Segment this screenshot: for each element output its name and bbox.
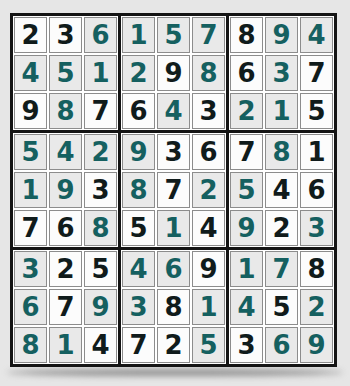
cell-r8c1[interactable]: 6 xyxy=(14,289,47,325)
cell-r5c8[interactable]: 4 xyxy=(265,172,298,208)
cell-r6c2[interactable]: 6 xyxy=(49,210,82,246)
cell-r2c9[interactable]: 7 xyxy=(300,55,333,91)
cell-r4c4[interactable]: 9 xyxy=(122,134,155,170)
cell-r2c7[interactable]: 6 xyxy=(230,55,263,91)
cell-r4c6[interactable]: 6 xyxy=(192,134,225,170)
cell-r8c5[interactable]: 8 xyxy=(157,289,190,325)
cell-r9c9[interactable]: 9 xyxy=(300,327,333,363)
cell-r1c6[interactable]: 7 xyxy=(192,17,225,53)
cell-r4c9[interactable]: 1 xyxy=(300,134,333,170)
cell-r4c1[interactable]: 5 xyxy=(14,134,47,170)
cell-r5c5[interactable]: 7 xyxy=(157,172,190,208)
box-6: 781546923 xyxy=(229,133,334,247)
cell-r4c2[interactable]: 4 xyxy=(49,134,82,170)
cell-r1c7[interactable]: 8 xyxy=(230,17,263,53)
cell-r4c3[interactable]: 2 xyxy=(84,134,117,170)
cell-r6c4[interactable]: 5 xyxy=(122,210,155,246)
cell-r1c2[interactable]: 3 xyxy=(49,17,82,53)
cell-r3c1[interactable]: 9 xyxy=(14,93,47,129)
cell-r6c7[interactable]: 9 xyxy=(230,210,263,246)
cell-r5c3[interactable]: 3 xyxy=(84,172,117,208)
cell-r2c3[interactable]: 1 xyxy=(84,55,117,91)
cell-r7c4[interactable]: 4 xyxy=(122,251,155,287)
cell-r2c4[interactable]: 2 xyxy=(122,55,155,91)
cell-r6c3[interactable]: 8 xyxy=(84,210,117,246)
cell-r1c9[interactable]: 4 xyxy=(300,17,333,53)
cell-r2c1[interactable]: 4 xyxy=(14,55,47,91)
cell-r3c3[interactable]: 7 xyxy=(84,93,117,129)
cell-r3c8[interactable]: 1 xyxy=(265,93,298,129)
cell-r3c9[interactable]: 5 xyxy=(300,93,333,129)
cell-r1c8[interactable]: 9 xyxy=(265,17,298,53)
cell-r7c3[interactable]: 5 xyxy=(84,251,117,287)
cell-r3c6[interactable]: 3 xyxy=(192,93,225,129)
cell-r4c5[interactable]: 3 xyxy=(157,134,190,170)
cell-r7c8[interactable]: 7 xyxy=(265,251,298,287)
cell-r6c5[interactable]: 1 xyxy=(157,210,190,246)
cell-r6c8[interactable]: 2 xyxy=(265,210,298,246)
cell-r7c5[interactable]: 6 xyxy=(157,251,190,287)
cell-r3c7[interactable]: 2 xyxy=(230,93,263,129)
box-8: 469381725 xyxy=(121,250,226,364)
cell-r2c6[interactable]: 8 xyxy=(192,55,225,91)
cell-r1c1[interactable]: 2 xyxy=(14,17,47,53)
cell-r5c1[interactable]: 1 xyxy=(14,172,47,208)
cell-r6c6[interactable]: 4 xyxy=(192,210,225,246)
cell-r8c6[interactable]: 1 xyxy=(192,289,225,325)
cell-r5c7[interactable]: 5 xyxy=(230,172,263,208)
cell-r7c6[interactable]: 9 xyxy=(192,251,225,287)
sudoku-app: 2364519871572986438946372155421937689368… xyxy=(0,0,350,386)
cell-r9c5[interactable]: 2 xyxy=(157,327,190,363)
cell-r1c4[interactable]: 1 xyxy=(122,17,155,53)
cell-r9c4[interactable]: 7 xyxy=(122,327,155,363)
box-2: 157298643 xyxy=(121,16,226,130)
cell-r7c7[interactable]: 1 xyxy=(230,251,263,287)
cell-r3c2[interactable]: 8 xyxy=(49,93,82,129)
cell-r2c5[interactable]: 9 xyxy=(157,55,190,91)
cell-r3c4[interactable]: 6 xyxy=(122,93,155,129)
box-4: 542193768 xyxy=(13,133,118,247)
box-9: 178452369 xyxy=(229,250,334,364)
cell-r8c9[interactable]: 2 xyxy=(300,289,333,325)
cell-r1c5[interactable]: 5 xyxy=(157,17,190,53)
cell-r4c7[interactable]: 7 xyxy=(230,134,263,170)
cell-r2c8[interactable]: 3 xyxy=(265,55,298,91)
cell-r5c6[interactable]: 2 xyxy=(192,172,225,208)
cell-r5c4[interactable]: 8 xyxy=(122,172,155,208)
cell-r6c1[interactable]: 7 xyxy=(14,210,47,246)
cell-r8c7[interactable]: 4 xyxy=(230,289,263,325)
cell-r9c8[interactable]: 6 xyxy=(265,327,298,363)
cell-r1c3[interactable]: 6 xyxy=(84,17,117,53)
cell-r5c2[interactable]: 9 xyxy=(49,172,82,208)
cell-r4c8[interactable]: 8 xyxy=(265,134,298,170)
cell-r7c2[interactable]: 2 xyxy=(49,251,82,287)
cell-r9c2[interactable]: 1 xyxy=(49,327,82,363)
cell-r7c1[interactable]: 3 xyxy=(14,251,47,287)
cell-r2c2[interactable]: 5 xyxy=(49,55,82,91)
cell-r8c8[interactable]: 5 xyxy=(265,289,298,325)
cell-r5c9[interactable]: 6 xyxy=(300,172,333,208)
box-3: 894637215 xyxy=(229,16,334,130)
cell-r8c4[interactable]: 3 xyxy=(122,289,155,325)
board-shadow xyxy=(7,369,343,376)
box-1: 236451987 xyxy=(13,16,118,130)
box-5: 936872514 xyxy=(121,133,226,247)
cell-r8c2[interactable]: 7 xyxy=(49,289,82,325)
box-7: 325679814 xyxy=(13,250,118,364)
cell-r9c6[interactable]: 5 xyxy=(192,327,225,363)
cell-r9c3[interactable]: 4 xyxy=(84,327,117,363)
cell-r7c9[interactable]: 8 xyxy=(300,251,333,287)
sudoku-board: 2364519871572986438946372155421937689368… xyxy=(10,13,337,367)
cell-r9c7[interactable]: 3 xyxy=(230,327,263,363)
cell-r9c1[interactable]: 8 xyxy=(14,327,47,363)
cell-r3c5[interactable]: 4 xyxy=(157,93,190,129)
cell-r8c3[interactable]: 9 xyxy=(84,289,117,325)
cell-r6c9[interactable]: 3 xyxy=(300,210,333,246)
